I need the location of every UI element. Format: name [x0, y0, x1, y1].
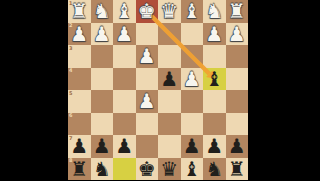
square-b3[interactable] [203, 45, 226, 68]
rank-label-1: 1 [69, 1, 72, 6]
square-a7[interactable]: ♟ [226, 135, 249, 158]
white-king-e1[interactable]: ♚ [136, 0, 159, 23]
rank-label-7: 7 [69, 136, 72, 141]
square-a8[interactable]: ♜ [226, 158, 249, 181]
square-a1[interactable]: ♜ [226, 0, 249, 23]
square-b1[interactable]: ♞ [203, 0, 226, 23]
square-g2[interactable]: ♟ [91, 23, 114, 46]
square-b8[interactable]: ♞ [203, 158, 226, 181]
square-d6[interactable] [158, 113, 181, 136]
square-d2[interactable] [158, 23, 181, 46]
square-g1[interactable]: ♞ [91, 0, 114, 23]
square-g8[interactable]: ♞ [91, 158, 114, 181]
square-d7[interactable] [158, 135, 181, 158]
square-g3[interactable] [91, 45, 114, 68]
square-e5[interactable]: ♟ [136, 90, 159, 113]
black-knight-b8[interactable]: ♞ [203, 158, 226, 181]
black-pawn-a7[interactable]: ♟ [226, 135, 249, 158]
square-e3[interactable]: ♟ [136, 45, 159, 68]
white-bishop-f1[interactable]: ♝ [113, 0, 136, 23]
square-e2[interactable] [136, 23, 159, 46]
square-c4[interactable]: ♟ [181, 68, 204, 91]
rank-label-8: 8 [69, 158, 72, 163]
square-g6[interactable] [91, 113, 114, 136]
black-pawn-g7[interactable]: ♟ [91, 135, 114, 158]
square-f8[interactable] [113, 158, 136, 181]
square-b4[interactable]: ♝ [203, 68, 226, 91]
black-rook-a8[interactable]: ♜ [226, 158, 249, 181]
black-bishop-c8[interactable]: ♝ [181, 158, 204, 181]
white-queen-d1[interactable]: ♛ [158, 0, 181, 23]
square-c8[interactable]: ♝ [181, 158, 204, 181]
square-h4[interactable]: 4 [68, 68, 91, 91]
square-c2[interactable] [181, 23, 204, 46]
black-pawn-b7[interactable]: ♟ [203, 135, 226, 158]
square-b5[interactable] [203, 90, 226, 113]
black-pawn-c7[interactable]: ♟ [181, 135, 204, 158]
square-a6[interactable] [226, 113, 249, 136]
square-c1[interactable]: ♝ [181, 0, 204, 23]
square-g4[interactable] [91, 68, 114, 91]
square-d3[interactable] [158, 45, 181, 68]
square-h2[interactable]: 2♟ [68, 23, 91, 46]
square-g5[interactable] [91, 90, 114, 113]
square-h3[interactable]: 3 [68, 45, 91, 68]
letterbox-right [248, 0, 320, 180]
white-pawn-f2[interactable]: ♟ [113, 23, 136, 46]
square-a2[interactable]: ♟ [226, 23, 249, 46]
square-e4[interactable] [136, 68, 159, 91]
letterbox-left [0, 0, 68, 180]
square-f1[interactable]: ♝ [113, 0, 136, 23]
square-d4[interactable]: ♟ [158, 68, 181, 91]
square-c3[interactable] [181, 45, 204, 68]
white-pawn-g2[interactable]: ♟ [91, 23, 114, 46]
chess-board[interactable]: 1♜♞♝♚♛♝♞♜2♟♟♟♟♟3♟4♟♟♝5♟67♟♟♟♟♟♟8♜♞♚♛♝♞♜ [68, 0, 248, 180]
square-d8[interactable]: ♛ [158, 158, 181, 181]
black-pawn-f7[interactable]: ♟ [113, 135, 136, 158]
square-g7[interactable]: ♟ [91, 135, 114, 158]
square-e7[interactable] [136, 135, 159, 158]
rank-label-4: 4 [69, 68, 72, 73]
white-rook-a1[interactable]: ♜ [226, 0, 249, 23]
white-pawn-e5[interactable]: ♟ [136, 90, 159, 113]
square-f4[interactable] [113, 68, 136, 91]
square-h5[interactable]: 5 [68, 90, 91, 113]
square-f7[interactable]: ♟ [113, 135, 136, 158]
square-h6[interactable]: 6 [68, 113, 91, 136]
white-knight-b1[interactable]: ♞ [203, 0, 226, 23]
white-bishop-c1[interactable]: ♝ [181, 0, 204, 23]
square-e1[interactable]: ♚ [136, 0, 159, 23]
white-pawn-a2[interactable]: ♟ [226, 23, 249, 46]
rank-label-2: 2 [69, 23, 72, 28]
square-f2[interactable]: ♟ [113, 23, 136, 46]
square-a3[interactable] [226, 45, 249, 68]
square-b2[interactable]: ♟ [203, 23, 226, 46]
black-knight-g8[interactable]: ♞ [91, 158, 114, 181]
square-c5[interactable] [181, 90, 204, 113]
square-f5[interactable] [113, 90, 136, 113]
square-c7[interactable]: ♟ [181, 135, 204, 158]
square-b7[interactable]: ♟ [203, 135, 226, 158]
square-a4[interactable] [226, 68, 249, 91]
square-a5[interactable] [226, 90, 249, 113]
square-h1[interactable]: 1♜ [68, 0, 91, 23]
white-knight-g1[interactable]: ♞ [91, 0, 114, 23]
square-e6[interactable] [136, 113, 159, 136]
square-d1[interactable]: ♛ [158, 0, 181, 23]
white-pawn-b2[interactable]: ♟ [203, 23, 226, 46]
square-f3[interactable] [113, 45, 136, 68]
black-pawn-d4[interactable]: ♟ [158, 68, 181, 91]
square-d5[interactable] [158, 90, 181, 113]
square-h7[interactable]: 7♟ [68, 135, 91, 158]
rank-label-5: 5 [69, 91, 72, 96]
video-frame: 1♜♞♝♚♛♝♞♜2♟♟♟♟♟3♟4♟♟♝5♟67♟♟♟♟♟♟8♜♞♚♛♝♞♜ [0, 0, 320, 180]
white-pawn-c4[interactable]: ♟ [181, 68, 204, 91]
square-f6[interactable] [113, 113, 136, 136]
black-king-e8[interactable]: ♚ [136, 158, 159, 181]
square-e8[interactable]: ♚ [136, 158, 159, 181]
rank-label-6: 6 [69, 113, 72, 118]
white-pawn-e3[interactable]: ♟ [136, 45, 159, 68]
square-b6[interactable] [203, 113, 226, 136]
square-c6[interactable] [181, 113, 204, 136]
black-queen-d8[interactable]: ♛ [158, 158, 181, 181]
black-bishop-b4[interactable]: ♝ [203, 68, 226, 91]
rank-label-3: 3 [69, 46, 72, 51]
square-h8[interactable]: 8♜ [68, 158, 91, 181]
